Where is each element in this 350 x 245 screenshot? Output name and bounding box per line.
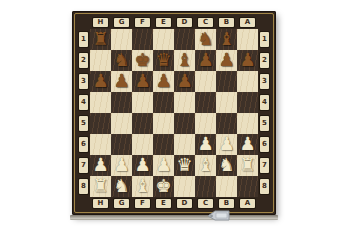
rank-label-left-2-cell: 2 (77, 50, 90, 71)
piece-dark-pawn[interactable]: ♟ (239, 49, 255, 70)
rank-label-right-3: 3 (260, 74, 269, 89)
piece-dark-pawn[interactable]: ♟ (113, 70, 129, 91)
square-g8[interactable]: ♞ (111, 176, 132, 197)
rank-label-left-4-cell: 4 (77, 92, 90, 113)
piece-dark-pawn[interactable]: ♟ (176, 70, 192, 91)
square-g2[interactable]: ♞ (111, 50, 132, 71)
file-label-bottom-e-cell: E (153, 197, 174, 210)
square-a1[interactable] (237, 29, 258, 50)
square-d8[interactable] (174, 176, 195, 197)
chess-set-photo: HGFEDCBA1♜♞♝12♞♚♛♝♟♟♟23♟♟♟♟♟344556♟♟♟67♟… (0, 0, 350, 245)
file-label-top-c: C (198, 18, 213, 27)
square-c4[interactable] (195, 92, 216, 113)
square-f7[interactable]: ♟ (132, 155, 153, 176)
square-e8[interactable]: ♚ (153, 176, 174, 197)
square-h6[interactable] (90, 134, 111, 155)
square-e2[interactable]: ♛ (153, 50, 174, 71)
square-c2[interactable]: ♟ (195, 50, 216, 71)
square-h4[interactable] (90, 92, 111, 113)
piece-light-pawn[interactable]: ♟ (218, 133, 234, 154)
rank-label-left-1: 1 (79, 32, 88, 47)
square-c6[interactable]: ♟ (195, 134, 216, 155)
rank-label-left-1-cell: 1 (77, 29, 90, 50)
piece-dark-bishop[interactable]: ♝ (176, 49, 192, 70)
rank-label-right-5-cell: 5 (258, 113, 271, 134)
square-a6[interactable]: ♟ (237, 134, 258, 155)
piece-light-rook[interactable]: ♜ (92, 175, 108, 196)
file-label-bottom-g: G (114, 199, 129, 208)
rank-label-left-7-cell: 7 (77, 155, 90, 176)
square-h3[interactable]: ♟ (90, 71, 111, 92)
rank-label-right-6-cell: 6 (258, 134, 271, 155)
square-g4[interactable] (111, 92, 132, 113)
rank-label-right-6: 6 (260, 137, 269, 152)
piece-light-king[interactable]: ♚ (155, 175, 171, 196)
file-label-top-g: G (114, 18, 129, 27)
rank-label-left-7: 7 (79, 158, 88, 173)
file-label-bottom-h-cell: H (90, 197, 111, 210)
piece-light-bishop[interactable]: ♝ (197, 154, 213, 175)
rank-label-left-3-cell: 3 (77, 71, 90, 92)
square-d5[interactable] (174, 113, 195, 134)
rank-label-right-7: 7 (260, 158, 269, 173)
square-a8[interactable] (237, 176, 258, 197)
metal-clasp-icon[interactable] (206, 208, 232, 223)
file-label-top-h: H (93, 18, 108, 27)
file-label-bottom-f: F (135, 199, 150, 208)
rank-label-right-2-cell: 2 (258, 50, 271, 71)
square-h7[interactable]: ♟ (90, 155, 111, 176)
piece-dark-knight[interactable]: ♞ (197, 28, 213, 49)
rank-label-right-1-cell: 1 (258, 29, 271, 50)
square-f4[interactable] (132, 92, 153, 113)
file-label-bottom-f-cell: F (132, 197, 153, 210)
square-b7[interactable]: ♞ (216, 155, 237, 176)
square-c5[interactable] (195, 113, 216, 134)
square-e1[interactable] (153, 29, 174, 50)
piece-dark-rook[interactable]: ♜ (92, 28, 108, 49)
file-label-bottom-d-cell: D (174, 197, 195, 210)
file-label-top-a: A (240, 18, 255, 27)
square-a4[interactable] (237, 92, 258, 113)
file-label-top-e: E (156, 18, 171, 27)
square-e5[interactable] (153, 113, 174, 134)
square-d6[interactable] (174, 134, 195, 155)
file-label-bottom-a-cell: A (237, 197, 258, 210)
rank-label-right-4: 4 (260, 95, 269, 110)
file-label-bottom-c: C (198, 199, 213, 208)
square-b3[interactable] (216, 71, 237, 92)
border-corner (77, 16, 90, 29)
piece-light-rook[interactable]: ♜ (239, 154, 255, 175)
rank-label-right-1: 1 (260, 32, 269, 47)
file-label-bottom-h: H (93, 199, 108, 208)
file-label-bottom-e: E (156, 199, 171, 208)
rank-label-right-2: 2 (260, 53, 269, 68)
square-g5[interactable] (111, 113, 132, 134)
border-corner (258, 197, 271, 210)
piece-dark-pawn[interactable]: ♟ (134, 70, 150, 91)
square-e7[interactable]: ♟ (153, 155, 174, 176)
piece-dark-pawn[interactable]: ♟ (92, 70, 108, 91)
square-g6[interactable] (111, 134, 132, 155)
rank-label-left-5-cell: 5 (77, 113, 90, 134)
square-f1[interactable] (132, 29, 153, 50)
piece-dark-bishop[interactable]: ♝ (218, 28, 234, 49)
rank-label-left-6: 6 (79, 137, 88, 152)
file-label-top-e-cell: E (153, 16, 174, 29)
square-d2[interactable]: ♝ (174, 50, 195, 71)
square-b6[interactable]: ♟ (216, 134, 237, 155)
file-label-top-f-cell: F (132, 16, 153, 29)
piece-dark-queen[interactable]: ♛ (155, 49, 171, 70)
rank-label-right-4-cell: 4 (258, 92, 271, 113)
square-b2[interactable]: ♟ (216, 50, 237, 71)
rank-label-left-4: 4 (79, 95, 88, 110)
square-d7[interactable]: ♛ (174, 155, 195, 176)
file-label-top-g-cell: G (111, 16, 132, 29)
file-label-top-d: D (177, 18, 192, 27)
square-c1[interactable]: ♞ (195, 29, 216, 50)
piece-light-pawn[interactable]: ♟ (197, 133, 213, 154)
square-h8[interactable]: ♜ (90, 176, 111, 197)
square-c8[interactable] (195, 176, 216, 197)
piece-light-knight[interactable]: ♞ (218, 154, 234, 175)
file-label-top-a-cell: A (237, 16, 258, 29)
rank-label-right-7-cell: 7 (258, 155, 271, 176)
board-front-edge (70, 215, 278, 220)
square-f2[interactable]: ♚ (132, 50, 153, 71)
square-g3[interactable]: ♟ (111, 71, 132, 92)
square-b1[interactable]: ♝ (216, 29, 237, 50)
file-label-top-d-cell: D (174, 16, 195, 29)
file-label-top-b: B (219, 18, 234, 27)
piece-light-pawn[interactable]: ♟ (155, 154, 171, 175)
rank-label-left-8-cell: 8 (77, 176, 90, 197)
square-f5[interactable] (132, 113, 153, 134)
square-a3[interactable] (237, 71, 258, 92)
square-b5[interactable] (216, 113, 237, 134)
rank-label-right-3-cell: 3 (258, 71, 271, 92)
square-d1[interactable] (174, 29, 195, 50)
square-e4[interactable] (153, 92, 174, 113)
rank-label-left-8: 8 (79, 179, 88, 194)
rank-label-left-5: 5 (79, 116, 88, 131)
file-label-bottom-g-cell: G (111, 197, 132, 210)
border-corner (77, 197, 90, 210)
square-f8[interactable]: ♝ (132, 176, 153, 197)
square-h5[interactable] (90, 113, 111, 134)
rank-label-right-8-cell: 8 (258, 176, 271, 197)
border-corner (258, 16, 271, 29)
square-h2[interactable] (90, 50, 111, 71)
square-h1[interactable]: ♜ (90, 29, 111, 50)
piece-light-pawn[interactable]: ♟ (113, 154, 129, 175)
square-b4[interactable] (216, 92, 237, 113)
piece-dark-king[interactable]: ♚ (134, 49, 150, 70)
rank-label-right-8: 8 (260, 179, 269, 194)
piece-light-pawn[interactable]: ♟ (239, 133, 255, 154)
piece-light-queen[interactable]: ♛ (176, 154, 192, 175)
file-label-top-f: F (135, 18, 150, 27)
square-g7[interactable]: ♟ (111, 155, 132, 176)
square-a7[interactable]: ♜ (237, 155, 258, 176)
square-d3[interactable]: ♟ (174, 71, 195, 92)
square-a2[interactable]: ♟ (237, 50, 258, 71)
chess-board: HGFEDCBA1♜♞♝12♞♚♛♝♟♟♟23♟♟♟♟♟344556♟♟♟67♟… (72, 11, 276, 215)
piece-light-knight[interactable]: ♞ (113, 175, 129, 196)
square-c3[interactable] (195, 71, 216, 92)
piece-dark-pawn[interactable]: ♟ (197, 49, 213, 70)
square-d4[interactable] (174, 92, 195, 113)
piece-dark-pawn[interactable]: ♟ (155, 70, 171, 91)
square-f3[interactable]: ♟ (132, 71, 153, 92)
piece-light-pawn[interactable]: ♟ (134, 154, 150, 175)
square-e6[interactable] (153, 134, 174, 155)
square-b8[interactable] (216, 176, 237, 197)
file-label-bottom-a: A (240, 199, 255, 208)
rank-label-right-5: 5 (260, 116, 269, 131)
file-label-bottom-b: B (219, 199, 234, 208)
piece-light-pawn[interactable]: ♟ (92, 154, 108, 175)
square-c7[interactable]: ♝ (195, 155, 216, 176)
square-g1[interactable] (111, 29, 132, 50)
square-f6[interactable] (132, 134, 153, 155)
piece-dark-pawn[interactable]: ♟ (218, 49, 234, 70)
square-a5[interactable] (237, 113, 258, 134)
piece-light-bishop[interactable]: ♝ (134, 175, 150, 196)
rank-label-left-3: 3 (79, 74, 88, 89)
rank-label-left-6-cell: 6 (77, 134, 90, 155)
square-e3[interactable]: ♟ (153, 71, 174, 92)
file-label-bottom-d: D (177, 199, 192, 208)
piece-dark-knight[interactable]: ♞ (113, 49, 129, 70)
rank-label-left-2: 2 (79, 53, 88, 68)
